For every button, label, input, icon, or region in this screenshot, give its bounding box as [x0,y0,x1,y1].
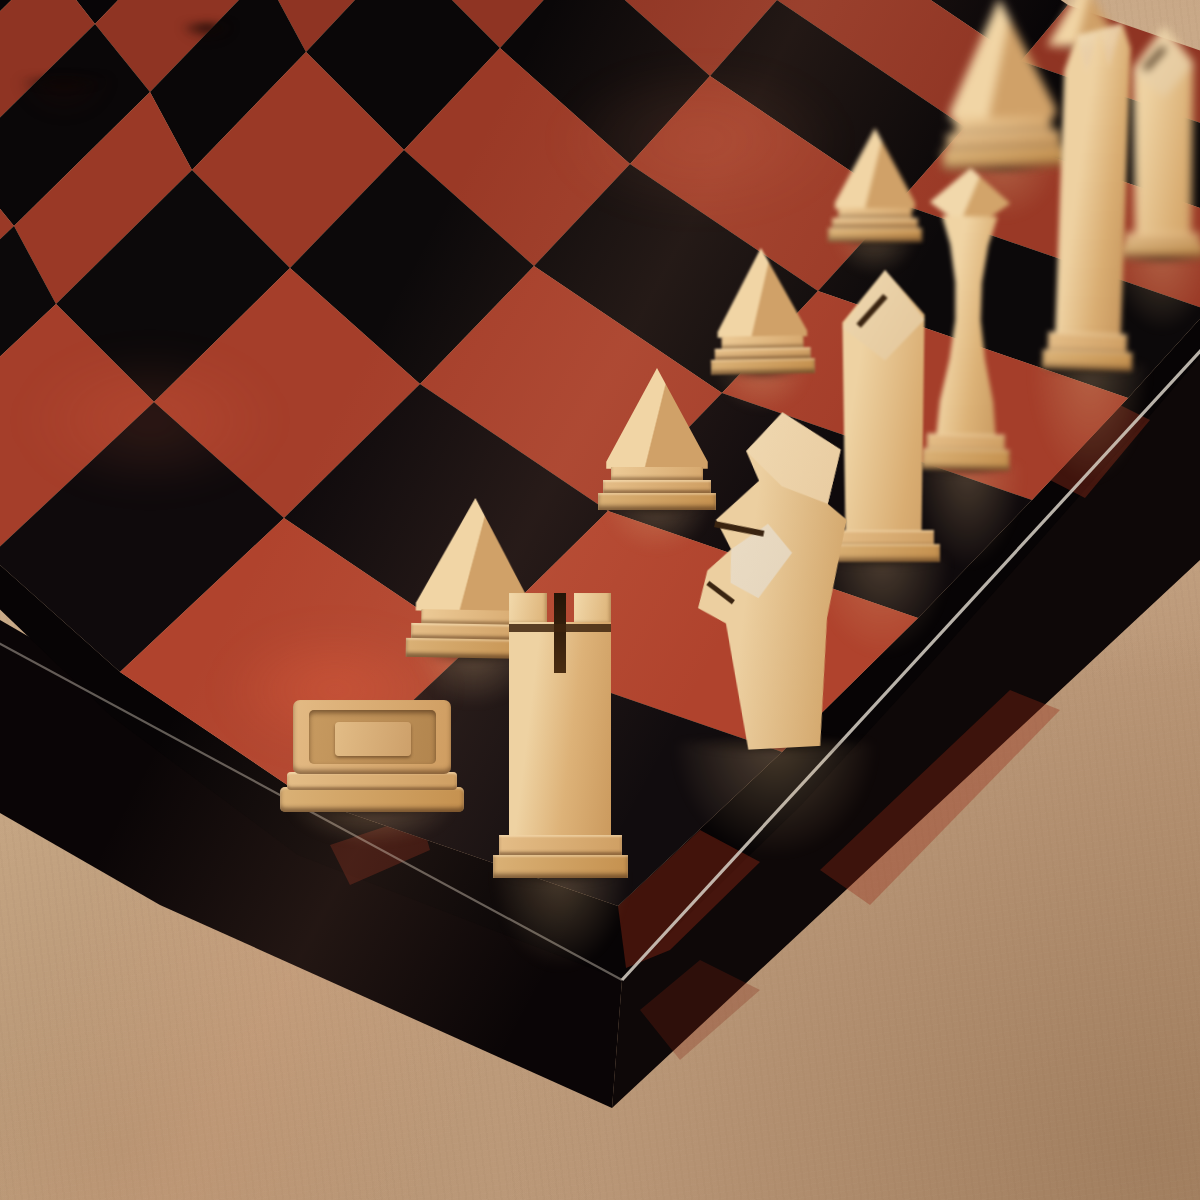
rook-battlement [509,593,547,624]
rook-plinth [499,835,622,855]
pawn-plinth [711,358,815,375]
white-checker-a2[interactable] [280,700,464,812]
checker-step [287,772,456,790]
photo-stage: Overhead corner photograph of a modern g… [0,0,1200,1200]
pawn-pyramid [835,128,916,209]
black-pawn-plinth [11,50,117,74]
king-column [1055,21,1132,340]
rook-cross-slot [509,624,611,631]
black-pawn-b7[interactable] [11,0,117,84]
pawn-collar [838,208,911,218]
checker-base [280,787,464,812]
white-king-e1[interactable] [1018,20,1162,372]
black-pawn-c7[interactable] [176,0,238,30]
white-knight-b1[interactable] [654,407,896,753]
black-pawn-plinth [17,25,110,52]
rook-cross-slot [554,593,566,673]
black-pawn-body [26,0,102,28]
king-plinth [1042,349,1132,371]
white-pawn-d2[interactable] [709,247,815,375]
black-pawn-plinth [176,15,238,25]
rook-plinth [493,855,628,878]
pawn-pyramid [716,247,807,338]
rook-battlement [574,593,612,624]
checker-plateau [335,722,410,756]
pawn-plinth [832,218,919,228]
white-rook-a1[interactable] [485,593,635,878]
